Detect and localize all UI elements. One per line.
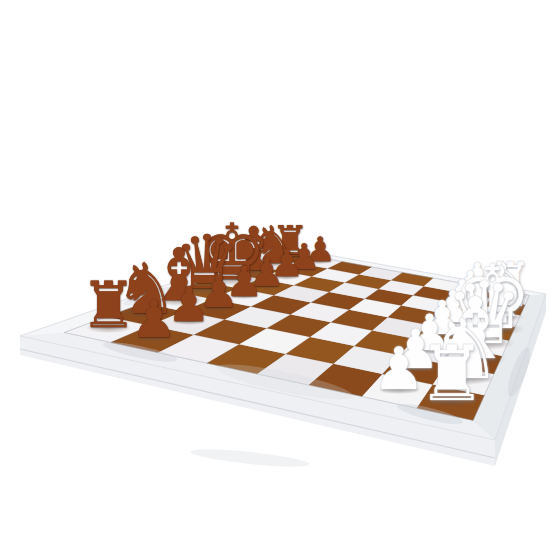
piece-white-rook-a1: ♜ [418, 336, 487, 413]
chess-set-photo: ♜♟♞♟♝♟♚♟♛♟♜♟♟♝♞♟♟♞♝♟♟♜♚♟♟♛♟♝♟♞♟♜ [0, 0, 560, 560]
pieces-layer: ♜♟♞♟♝♟♚♟♛♟♜♟♟♝♞♟♟♞♝♟♟♜♚♟♟♛♟♝♟♞♟♜ [0, 0, 560, 560]
piece-brown-pawn-a7: ♟ [131, 294, 177, 345]
piece-brown-rook-a8: ♜ [80, 274, 137, 337]
